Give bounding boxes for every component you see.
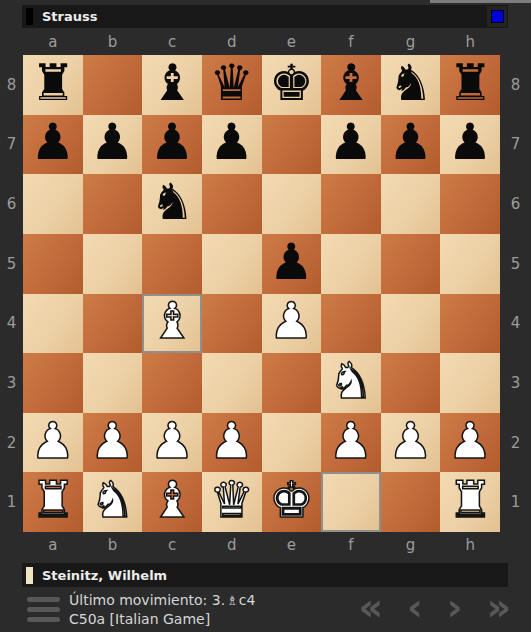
file-label-d: d (202, 532, 262, 558)
square-c3[interactable] (142, 353, 202, 413)
status-panel: Último movimiento: 3.♗c4 C50a [Italian G… (0, 587, 531, 632)
square-e6[interactable] (262, 174, 322, 234)
file-label-f: f (321, 28, 381, 55)
square-e8[interactable]: ♚ (262, 55, 322, 115)
rank-label-1: 1 (500, 472, 531, 532)
square-a1[interactable]: ♜ (23, 472, 83, 532)
white-rook-a1[interactable]: ♜ (30, 475, 75, 525)
black-pawn-h7[interactable]: ♟ (448, 117, 493, 167)
rank-label-7: 7 (500, 115, 531, 175)
black-knight-c6[interactable]: ♞ (150, 177, 195, 227)
white-knight-b1[interactable]: ♞ (90, 475, 135, 525)
square-d2[interactable]: ♟ (202, 413, 262, 473)
rank-label-1: 1 (0, 472, 23, 532)
square-d5[interactable] (202, 234, 262, 294)
file-label-e: e (262, 532, 322, 558)
square-c7[interactable]: ♟ (142, 115, 202, 175)
black-pawn-g7[interactable]: ♟ (388, 117, 433, 167)
chess-board: ♜♝♛♚♝♞♜♟♟♟♟♟♟♟♞♟♝♟♞♟♟♟♟♟♟♟♜♞♝♛♚♜ (23, 55, 500, 532)
square-g3[interactable] (381, 353, 441, 413)
black-pawn-f7[interactable]: ♟ (329, 117, 374, 167)
rank-label-6: 6 (500, 174, 531, 234)
white-pawn-d2[interactable]: ♟ (209, 416, 254, 466)
file-label-a: a (23, 28, 83, 55)
black-rook-h8[interactable]: ♜ (448, 58, 493, 108)
square-a5[interactable] (23, 234, 83, 294)
square-h6[interactable] (440, 174, 500, 234)
blue-square-icon (491, 10, 504, 23)
file-label-h: h (440, 532, 500, 558)
move-navigation: « ‹ › » (359, 591, 511, 629)
eco-opening-line: C50a [Italian Game] (69, 610, 255, 628)
black-king-e8[interactable]: ♚ (269, 58, 314, 108)
window-edge-strip (430, 0, 531, 3)
white-pawn-e4[interactable]: ♟ (269, 296, 314, 346)
top-player-name: Strauss (42, 9, 98, 24)
black-rook-a8[interactable]: ♜ (30, 58, 75, 108)
rank-labels-right: 87654321 (500, 55, 531, 532)
rank-label-2: 2 (500, 413, 531, 473)
white-pawn-f2[interactable]: ♟ (329, 416, 374, 466)
square-a3[interactable] (23, 353, 83, 413)
square-e4[interactable]: ♟ (262, 294, 322, 354)
rank-label-3: 3 (500, 353, 531, 413)
square-g2[interactable]: ♟ (381, 413, 441, 473)
nav-first-button[interactable]: « (359, 588, 384, 626)
file-label-h: h (440, 28, 500, 55)
square-f5[interactable] (321, 234, 381, 294)
square-e7[interactable] (262, 115, 322, 175)
file-label-d: d (202, 28, 262, 55)
square-c5[interactable] (142, 234, 202, 294)
square-c1[interactable]: ♝ (142, 472, 202, 532)
square-b5[interactable] (83, 234, 143, 294)
rank-label-7: 7 (0, 115, 23, 175)
move-info: Último movimiento: 3.♗c4 C50a [Italian G… (69, 591, 255, 628)
rank-label-8: 8 (500, 55, 531, 115)
square-a2[interactable]: ♟ (23, 413, 83, 473)
square-d6[interactable] (202, 174, 262, 234)
square-g4[interactable] (381, 294, 441, 354)
rank-label-8: 8 (0, 55, 23, 115)
rank-label-4: 4 (500, 294, 531, 354)
file-label-a: a (23, 532, 83, 558)
square-c8[interactable]: ♝ (142, 55, 202, 115)
black-bishop-f8[interactable]: ♝ (329, 58, 374, 108)
nav-last-button[interactable]: » (486, 588, 511, 626)
white-rook-h1[interactable]: ♜ (448, 475, 493, 525)
white-bishop-c4[interactable]: ♝ (150, 296, 195, 346)
square-e2[interactable] (262, 413, 322, 473)
square-h4[interactable] (440, 294, 500, 354)
square-a8[interactable]: ♜ (23, 55, 83, 115)
white-pawn-a2[interactable]: ♟ (30, 416, 75, 466)
black-pawn-c7[interactable]: ♟ (150, 117, 195, 167)
square-f1[interactable] (321, 472, 381, 532)
black-bishop-c8[interactable]: ♝ (150, 58, 195, 108)
white-pawn-h2[interactable]: ♟ (448, 416, 493, 466)
white-pawn-b2[interactable]: ♟ (90, 416, 135, 466)
square-f4[interactable] (321, 294, 381, 354)
square-d4[interactable] (202, 294, 262, 354)
square-h5[interactable] (440, 234, 500, 294)
square-h7[interactable]: ♟ (440, 115, 500, 175)
file-label-f: f (321, 532, 381, 558)
white-bishop-c1[interactable]: ♝ (150, 475, 195, 525)
square-f8[interactable]: ♝ (321, 55, 381, 115)
rank-label-2: 2 (0, 413, 23, 473)
file-label-e: e (262, 28, 322, 55)
blue-indicator-button[interactable] (487, 6, 507, 27)
square-b7[interactable]: ♟ (83, 115, 143, 175)
bottom-player-name: Steinitz, Wilhelm (42, 568, 167, 583)
rank-label-5: 5 (500, 234, 531, 294)
square-d3[interactable] (202, 353, 262, 413)
file-labels-top: abcdefgh (23, 28, 500, 55)
square-g8[interactable]: ♞ (381, 55, 441, 115)
square-a7[interactable]: ♟ (23, 115, 83, 175)
square-c4[interactable]: ♝ (142, 294, 202, 354)
file-label-c: c (142, 28, 202, 55)
square-b1[interactable]: ♞ (83, 472, 143, 532)
square-a6[interactable] (23, 174, 83, 234)
square-g6[interactable] (381, 174, 441, 234)
rank-label-6: 6 (0, 174, 23, 234)
white-side-indicator (26, 567, 33, 584)
rank-labels-left: 87654321 (0, 55, 23, 532)
black-pawn-a7[interactable]: ♟ (30, 117, 75, 167)
file-label-c: c (142, 532, 202, 558)
rank-label-5: 5 (0, 234, 23, 294)
file-label-g: g (381, 532, 441, 558)
chess-app-window: Strauss abcdefgh 87654321 87654321 ♜♝♛♚♝… (0, 0, 531, 632)
rank-label-4: 4 (0, 294, 23, 354)
white-pawn-g2[interactable]: ♟ (388, 416, 433, 466)
black-queen-d8[interactable]: ♛ (209, 58, 254, 108)
square-f2[interactable]: ♟ (321, 413, 381, 473)
bottom-player-bar: Steinitz, Wilhelm (22, 563, 508, 587)
square-c2[interactable]: ♟ (142, 413, 202, 473)
nav-prev-button[interactable]: ‹ (407, 588, 423, 626)
file-label-b: b (83, 532, 143, 558)
square-e3[interactable] (262, 353, 322, 413)
white-bishop-icon: ♗ (226, 593, 238, 608)
white-king-e1[interactable]: ♚ (269, 475, 314, 525)
square-f3[interactable]: ♞ (321, 353, 381, 413)
white-pawn-c2[interactable]: ♟ (150, 416, 195, 466)
square-h3[interactable] (440, 353, 500, 413)
square-b3[interactable] (83, 353, 143, 413)
square-b6[interactable] (83, 174, 143, 234)
white-knight-f3[interactable]: ♞ (329, 356, 374, 406)
square-g5[interactable] (381, 234, 441, 294)
black-side-indicator (26, 8, 33, 25)
square-g7[interactable]: ♟ (381, 115, 441, 175)
rank-label-3: 3 (0, 353, 23, 413)
black-pawn-e5[interactable]: ♟ (269, 237, 314, 287)
square-f6[interactable] (321, 174, 381, 234)
square-b8[interactable] (83, 55, 143, 115)
square-f7[interactable]: ♟ (321, 115, 381, 175)
nav-next-button[interactable]: › (447, 588, 463, 626)
file-label-g: g (381, 28, 441, 55)
square-d7[interactable]: ♟ (202, 115, 262, 175)
square-g1[interactable] (381, 472, 441, 532)
square-d8[interactable]: ♛ (202, 55, 262, 115)
file-labels-bottom: abcdefgh (23, 532, 500, 558)
square-e5[interactable]: ♟ (262, 234, 322, 294)
top-player-bar: Strauss (22, 5, 508, 28)
square-b4[interactable] (83, 294, 143, 354)
square-d1[interactable]: ♛ (202, 472, 262, 532)
black-knight-g8[interactable]: ♞ (388, 58, 433, 108)
white-queen-d1[interactable]: ♛ (209, 475, 254, 525)
square-h8[interactable]: ♜ (440, 55, 500, 115)
square-b2[interactable]: ♟ (83, 413, 143, 473)
square-e1[interactable]: ♚ (262, 472, 322, 532)
last-move-line: Último movimiento: 3.♗c4 (69, 591, 255, 610)
square-a4[interactable] (23, 294, 83, 354)
square-h1[interactable]: ♜ (440, 472, 500, 532)
square-h2[interactable]: ♟ (440, 413, 500, 473)
black-pawn-b7[interactable]: ♟ (90, 117, 135, 167)
square-c6[interactable]: ♞ (142, 174, 202, 234)
file-label-b: b (83, 28, 143, 55)
hamburger-menu-icon[interactable] (27, 597, 60, 622)
black-pawn-d7[interactable]: ♟ (209, 117, 254, 167)
